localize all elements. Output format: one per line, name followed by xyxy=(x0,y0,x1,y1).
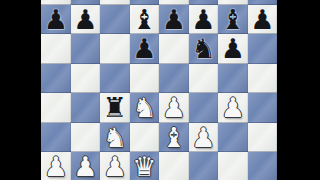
square-d7: ♝ xyxy=(130,5,160,35)
white-pawn-f3: ♟ xyxy=(191,124,215,151)
black-pawn-d6: ♟ xyxy=(132,35,156,62)
square-a4 xyxy=(41,93,71,123)
square-b2: ♟ xyxy=(71,152,101,180)
square-a2: ♟ xyxy=(41,152,71,180)
black-king-g8: ♚ xyxy=(221,0,245,3)
square-g5 xyxy=(218,64,248,94)
square-f4 xyxy=(189,93,219,123)
white-pawn-b2: ♟ xyxy=(73,153,97,180)
square-h5 xyxy=(248,64,278,94)
square-e4: ♟ xyxy=(159,93,189,123)
square-b5 xyxy=(71,64,101,94)
black-rook-f8: ♜ xyxy=(191,0,215,3)
square-f2 xyxy=(189,152,219,180)
square-a5 xyxy=(41,64,71,94)
square-b6 xyxy=(71,34,101,64)
white-queen-d2: ♛ xyxy=(132,153,156,180)
black-knight-f6: ♞ xyxy=(191,35,215,62)
square-d5 xyxy=(130,64,160,94)
square-h6 xyxy=(248,34,278,64)
square-f6: ♞ xyxy=(189,34,219,64)
square-g6: ♟ xyxy=(218,34,248,64)
square-d2: ♛ xyxy=(130,152,160,180)
square-c2: ♟ xyxy=(100,152,130,180)
square-e2 xyxy=(159,152,189,180)
square-e7: ♟ xyxy=(159,5,189,35)
white-knight-d4: ♞ xyxy=(132,94,156,121)
square-a7: ♟ xyxy=(41,5,71,35)
black-bishop-d7: ♝ xyxy=(132,6,156,33)
square-e3: ♝ xyxy=(159,123,189,153)
square-e5 xyxy=(159,64,189,94)
square-a3 xyxy=(41,123,71,153)
square-d4: ♞ xyxy=(130,93,160,123)
square-h4 xyxy=(248,93,278,123)
square-d6: ♟ xyxy=(130,34,160,64)
square-c3: ♞ xyxy=(100,123,130,153)
square-h7: ♟ xyxy=(248,5,278,35)
square-a6 xyxy=(41,34,71,64)
square-b3 xyxy=(71,123,101,153)
black-queen-d8: ♛ xyxy=(132,0,156,3)
black-pawn-a7: ♟ xyxy=(44,6,68,33)
square-f3: ♟ xyxy=(189,123,219,153)
letterboxed-video-frame: ♛♜♚♟♟♝♟♟♝♟♟♞♟♜♞♟♟♞♝♟♟♟♟♛♚♜♜ xyxy=(0,0,320,180)
square-h3 xyxy=(248,123,278,153)
square-c4: ♜ xyxy=(100,93,130,123)
square-d3 xyxy=(130,123,160,153)
black-rook-c4: ♜ xyxy=(103,94,127,121)
black-bishop-g7: ♝ xyxy=(221,6,245,33)
square-e6 xyxy=(159,34,189,64)
square-g7: ♝ xyxy=(218,5,248,35)
square-h2 xyxy=(248,152,278,180)
black-pawn-e7: ♟ xyxy=(162,6,186,33)
square-b7: ♟ xyxy=(71,5,101,35)
white-pawn-c2: ♟ xyxy=(103,153,127,180)
white-bishop-e3: ♝ xyxy=(162,124,186,151)
square-g2 xyxy=(218,152,248,180)
white-pawn-g4: ♟ xyxy=(221,94,245,121)
white-knight-c3: ♞ xyxy=(103,124,127,151)
black-pawn-f7: ♟ xyxy=(191,6,215,33)
chess-board: ♛♜♚♟♟♝♟♟♝♟♟♞♟♜♞♟♟♞♝♟♟♟♟♛♚♜♜ xyxy=(41,0,277,180)
black-pawn-g6: ♟ xyxy=(221,35,245,62)
square-c6 xyxy=(100,34,130,64)
white-pawn-a2: ♟ xyxy=(44,153,68,180)
square-g3 xyxy=(218,123,248,153)
square-c5 xyxy=(100,64,130,94)
square-c7 xyxy=(100,5,130,35)
square-f7: ♟ xyxy=(189,5,219,35)
square-f5 xyxy=(189,64,219,94)
square-b4 xyxy=(71,93,101,123)
black-pawn-b7: ♟ xyxy=(73,6,97,33)
white-pawn-e4: ♟ xyxy=(162,94,186,121)
black-pawn-h7: ♟ xyxy=(250,6,274,33)
square-g4: ♟ xyxy=(218,93,248,123)
